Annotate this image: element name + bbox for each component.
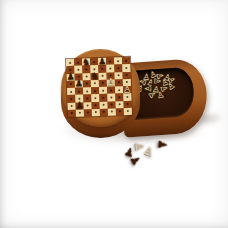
piece-wp-f5: ♙	[106, 77, 115, 86]
square-d1	[92, 109, 100, 117]
piece-bp-b5: ♟	[74, 79, 83, 88]
square-e1	[100, 108, 108, 116]
square-f1	[108, 108, 116, 116]
table-piece-w: ♙	[141, 145, 154, 159]
piece-bp-e8: ♟	[98, 56, 107, 65]
square-f5: ♙	[107, 79, 115, 87]
piece-wp-h4: ♙	[123, 84, 132, 93]
square-h4: ♙	[123, 86, 131, 94]
piece-bn-d6: ♞	[90, 71, 99, 80]
table-piece-b: ♟	[156, 139, 168, 150]
piece-bn-c8: ♞	[82, 57, 91, 66]
chessboard: ♞♟♟♞♟♙♙♟	[66, 57, 132, 117]
drawer-piece-b: ♟	[150, 81, 159, 90]
square-d6: ♞	[90, 73, 98, 81]
square-c8: ♞	[82, 58, 90, 66]
drawer-piece-b: ♟	[140, 90, 149, 98]
square-c1	[84, 109, 92, 117]
square-h1	[124, 108, 132, 116]
square-e8: ♟	[98, 58, 106, 66]
square-b2: ♟	[76, 102, 84, 110]
square-g1	[116, 108, 124, 116]
square-a1	[68, 110, 76, 118]
travel-chess-set-photo: ♙♙♙♙♙♙♙♙♙♙♙♙♙♙♙♙♟♟♟♟♟ ♞♟♟♞♟♙♙♟ ♟♟♙♙♟	[0, 0, 228, 228]
piece-bp-b2: ♟	[75, 100, 84, 109]
drawer-piece-b: ♟	[162, 88, 171, 97]
square-b5: ♟	[75, 80, 83, 88]
